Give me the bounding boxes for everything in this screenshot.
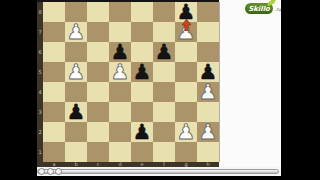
black-pawn-b3: ♟ xyxy=(67,102,86,123)
square-f8 xyxy=(153,2,175,22)
square-f5 xyxy=(153,62,175,82)
white-pawn-g2: ♟ xyxy=(177,122,196,143)
move-arrow-icon xyxy=(182,16,191,28)
square-g4 xyxy=(175,82,197,102)
square-h6 xyxy=(197,42,219,62)
square-f7 xyxy=(153,22,175,42)
square-h3 xyxy=(197,102,219,122)
square-f2 xyxy=(153,122,175,142)
square-b5: ♟ xyxy=(65,62,87,82)
square-f4 xyxy=(153,82,175,102)
square-a6 xyxy=(43,42,65,62)
white-pawn-b5: ♟ xyxy=(67,62,86,83)
square-a2 xyxy=(43,122,65,142)
square-d4 xyxy=(109,82,131,102)
square-d8 xyxy=(109,2,131,22)
square-h7 xyxy=(197,22,219,42)
white-pawn-d5: ♟ xyxy=(111,62,130,83)
square-b4 xyxy=(65,82,87,102)
white-pawn-b7: ♟ xyxy=(67,22,86,43)
square-f3 xyxy=(153,102,175,122)
player-buttons xyxy=(38,168,62,175)
player-button-1[interactable] xyxy=(38,168,45,175)
player-bar xyxy=(37,167,281,176)
square-d3 xyxy=(109,102,131,122)
square-a1 xyxy=(43,142,65,162)
white-pawn-h4: ♟ xyxy=(199,82,218,103)
square-b3: ♟ xyxy=(65,102,87,122)
square-e2: ♟ xyxy=(131,122,153,142)
logo-suffix: .ru xyxy=(275,7,281,12)
square-a8 xyxy=(43,2,65,22)
square-f6: ♟ xyxy=(153,42,175,62)
square-g2: ♟ xyxy=(175,122,197,142)
square-c8 xyxy=(87,2,109,22)
square-e6 xyxy=(131,42,153,62)
logo-pill: Skillo xyxy=(245,3,273,14)
square-c7 xyxy=(87,22,109,42)
square-d7 xyxy=(109,22,131,42)
square-g5 xyxy=(175,62,197,82)
leaf-icon xyxy=(266,0,276,6)
square-h1 xyxy=(197,142,219,162)
square-g6 xyxy=(175,42,197,62)
square-d6: ♟ xyxy=(109,42,131,62)
square-b1 xyxy=(65,142,87,162)
square-h8 xyxy=(197,2,219,22)
square-b2 xyxy=(65,122,87,142)
square-e1 xyxy=(131,142,153,162)
square-e3 xyxy=(131,102,153,122)
square-d5: ♟ xyxy=(109,62,131,82)
square-a3 xyxy=(43,102,65,122)
black-pawn-e5: ♟ xyxy=(133,62,152,83)
player-button-3[interactable] xyxy=(55,168,62,175)
square-e4 xyxy=(131,82,153,102)
square-c6 xyxy=(87,42,109,62)
square-h5: ♟ xyxy=(197,62,219,82)
square-b6 xyxy=(65,42,87,62)
square-b7: ♟ xyxy=(65,22,87,42)
square-a5 xyxy=(43,62,65,82)
square-h2: ♟ xyxy=(197,122,219,142)
square-c2 xyxy=(87,122,109,142)
square-c1 xyxy=(87,142,109,162)
app-panel: 87654321 ♟♟♟♟♟♟♟♟♟♟♟♟♟♟ abcdefgh Skillo … xyxy=(37,0,281,176)
player-button-2[interactable] xyxy=(47,168,54,175)
skillo-logo: Skillo .ru xyxy=(245,3,281,16)
square-e8 xyxy=(131,2,153,22)
square-c4 xyxy=(87,82,109,102)
square-d1 xyxy=(109,142,131,162)
seek-track[interactable] xyxy=(37,169,279,174)
black-pawn-f6: ♟ xyxy=(155,42,174,63)
square-b8 xyxy=(65,2,87,22)
square-h4: ♟ xyxy=(197,82,219,102)
square-e5: ♟ xyxy=(131,62,153,82)
square-d2 xyxy=(109,122,131,142)
chess-board: ♟♟♟♟♟♟♟♟♟♟♟♟♟♟ xyxy=(43,2,219,162)
video-frame: 87654321 ♟♟♟♟♟♟♟♟♟♟♟♟♟♟ abcdefgh Skillo … xyxy=(0,0,320,180)
square-f1 xyxy=(153,142,175,162)
black-pawn-e2: ♟ xyxy=(133,122,152,143)
logo-text: Skillo xyxy=(248,5,270,13)
square-g1 xyxy=(175,142,197,162)
square-a7 xyxy=(43,22,65,42)
square-e7 xyxy=(131,22,153,42)
square-c5 xyxy=(87,62,109,82)
square-g3 xyxy=(175,102,197,122)
square-a4 xyxy=(43,82,65,102)
white-pawn-h2: ♟ xyxy=(199,122,218,143)
square-c3 xyxy=(87,102,109,122)
